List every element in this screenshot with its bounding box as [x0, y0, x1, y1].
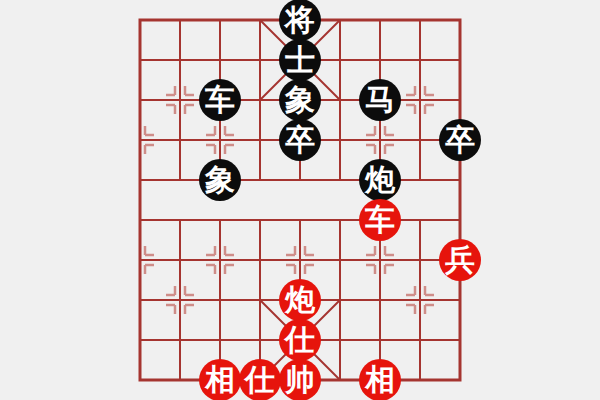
black-general[interactable]: 将: [279, 0, 321, 41]
black-elephant[interactable]: 象: [279, 79, 321, 121]
piece-grid: 将士车象马卒卒象炮车兵炮仕相仕帅相: [120, 0, 480, 400]
red-advisor[interactable]: 仕: [279, 319, 321, 361]
red-chariot[interactable]: 车: [359, 199, 401, 241]
red-elephant[interactable]: 相: [199, 359, 241, 400]
red-general[interactable]: 帅: [279, 359, 321, 400]
black-soldier[interactable]: 卒: [439, 119, 481, 161]
black-elephant[interactable]: 象: [199, 159, 241, 201]
xiangqi-app: 将士车象马卒卒象炮车兵炮仕相仕帅相: [0, 0, 600, 400]
red-elephant[interactable]: 相: [359, 359, 401, 400]
red-advisor[interactable]: 仕: [239, 359, 281, 400]
black-cannon[interactable]: 炮: [359, 159, 401, 201]
red-cannon[interactable]: 炮: [279, 279, 321, 321]
black-soldier[interactable]: 卒: [279, 119, 321, 161]
black-horse[interactable]: 马: [359, 79, 401, 121]
black-advisor[interactable]: 士: [279, 39, 321, 81]
black-chariot[interactable]: 车: [199, 79, 241, 121]
red-soldier[interactable]: 兵: [439, 239, 481, 281]
